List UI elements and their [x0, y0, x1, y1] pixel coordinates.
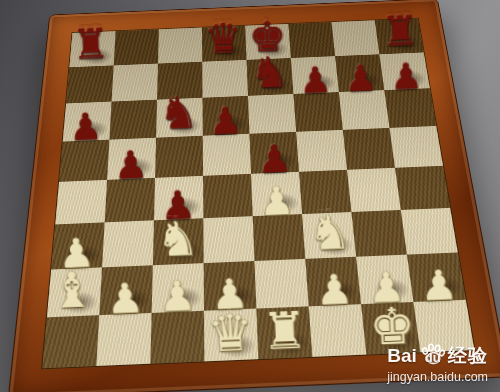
square-h5[interactable] — [390, 126, 443, 168]
square-d8[interactable] — [202, 26, 247, 62]
watermark-du-text: du — [425, 350, 441, 365]
square-f5[interactable] — [296, 130, 347, 172]
square-c5[interactable] — [155, 136, 203, 178]
square-d6[interactable] — [203, 96, 250, 136]
square-a7[interactable] — [66, 65, 114, 103]
watermark-jingyan-text: 经验 — [448, 343, 488, 369]
white-knight-f3[interactable]: ♞♞ — [302, 212, 356, 259]
square-e6[interactable] — [248, 94, 296, 134]
square-c6[interactable] — [156, 98, 203, 138]
square-g5[interactable] — [343, 128, 395, 170]
white-knight-glyph: ♞ — [290, 207, 368, 258]
square-c8[interactable] — [158, 27, 202, 63]
square-d5[interactable] — [203, 134, 251, 176]
square-e7[interactable] — [247, 58, 294, 96]
baidu-jingyan-logo: Bai du 经验 — [387, 343, 488, 369]
white-knight-glyph: ♞ — [138, 213, 216, 264]
square-c7[interactable] — [157, 62, 202, 100]
screenshot-stage: ♜♜♛♛♚♚♜♜♞♞♟♟♟♟♟♟♟♟♞♞♟♟♟♟♟♟♟♟♟♟♟♟♞♞♞♞♝♝♟♟… — [0, 0, 500, 392]
square-g8[interactable] — [332, 20, 380, 56]
piece-reflection: ♟ — [36, 207, 113, 232]
chessboard: ♜♜♛♛♚♚♜♜♞♞♟♟♟♟♟♟♟♟♞♞♟♟♟♟♟♟♟♟♟♟♟♟♞♞♞♞♝♝♟♟… — [41, 18, 476, 370]
square-e5[interactable] — [249, 132, 299, 174]
square-g6[interactable] — [339, 90, 390, 130]
square-e8[interactable] — [245, 24, 291, 60]
white-rook-e1[interactable]: ♜♜ — [256, 306, 312, 359]
square-h7[interactable] — [379, 52, 429, 90]
square-b7[interactable] — [112, 64, 158, 102]
baidu-paw-icon: du — [420, 344, 446, 368]
square-d7[interactable] — [202, 60, 248, 98]
square-g7[interactable] — [335, 54, 384, 92]
chess-scene: ♜♜♛♛♚♚♜♜♞♞♟♟♟♟♟♟♟♟♞♞♟♟♟♟♟♟♟♟♟♟♟♟♞♞♞♞♝♝♟♟… — [0, 0, 500, 392]
square-a6[interactable] — [63, 102, 112, 142]
board-frame: ♜♜♛♛♚♚♜♜♞♞♟♟♟♟♟♟♟♟♞♞♟♟♟♟♟♟♟♟♟♟♟♟♞♞♞♞♝♝♟♟… — [8, 0, 500, 392]
square-f6[interactable] — [293, 92, 342, 132]
white-knight-c3[interactable]: ♞♞ — [153, 218, 204, 265]
baidu-jingyan-watermark: Bai du 经验 jingyan.baidu.com — [387, 343, 488, 384]
watermark-bai-text: Bai — [387, 345, 417, 367]
square-b5[interactable] — [107, 138, 156, 180]
square-f8[interactable] — [288, 22, 335, 58]
square-f7[interactable] — [291, 56, 339, 94]
white-pawn-h2[interactable]: ♟♟ — [407, 252, 466, 301]
square-a8[interactable] — [69, 31, 115, 67]
square-a5[interactable] — [59, 140, 109, 182]
square-h6[interactable] — [384, 88, 436, 128]
square-b6[interactable] — [109, 100, 157, 140]
square-b8[interactable] — [114, 29, 159, 65]
piece-reflection: ♟ — [398, 238, 477, 264]
white-rook-glyph: ♜ — [243, 304, 326, 358]
watermark-url: jingyan.baidu.com — [387, 370, 488, 384]
square-h8[interactable] — [375, 18, 424, 54]
